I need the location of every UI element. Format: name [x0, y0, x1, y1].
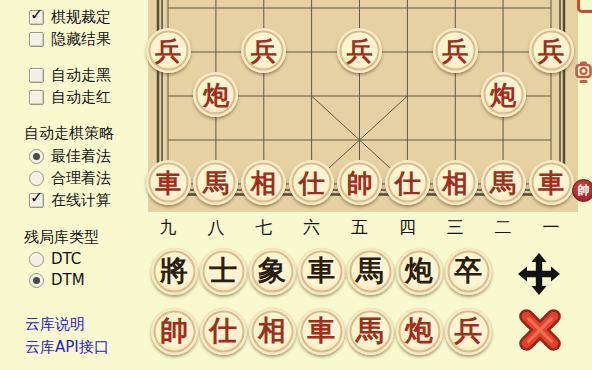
tray-piece-black-車[interactable]: 車	[298, 248, 345, 295]
file-label-5: 五	[345, 216, 375, 239]
cloud-db-api-link[interactable]: 云库API接口	[25, 338, 109, 357]
radio-label: DTM	[51, 271, 85, 289]
tray-piece-red-相[interactable]: 相	[249, 308, 296, 355]
board-piece-red-兵[interactable]: 兵	[146, 28, 191, 73]
checkbox-label: 隐藏结果	[51, 30, 111, 49]
board-piece-red-車[interactable]: 車	[146, 160, 191, 205]
file-label-3: 三	[440, 216, 470, 239]
file-label-2: 二	[488, 216, 518, 239]
file-label-9: 九	[153, 216, 183, 239]
tray-piece-red-帥[interactable]: 帥	[151, 308, 198, 355]
checkbox-label: 自动走黑	[51, 66, 111, 85]
board-piece-red-相[interactable]: 相	[241, 160, 286, 205]
radio-label: DTC	[51, 250, 81, 268]
file-label-6: 六	[297, 216, 327, 239]
board-piece-red-車[interactable]: 車	[529, 160, 574, 205]
auto-move-red-option[interactable]: 自动走红	[0, 86, 148, 108]
checkbox[interactable]	[29, 10, 44, 25]
camera-icon[interactable]	[575, 57, 592, 87]
delete-piece-tool-icon[interactable]	[515, 305, 565, 355]
checkbox-label: 在线计算	[51, 191, 111, 210]
online-calc-option[interactable]: 在线计算	[0, 189, 148, 211]
checkbox[interactable]	[29, 68, 44, 83]
board-piece-red-兵[interactable]: 兵	[529, 28, 574, 73]
tray-piece-red-車[interactable]: 車	[298, 308, 345, 355]
radio[interactable]	[29, 273, 44, 288]
board-piece-red-兵[interactable]: 兵	[337, 28, 382, 73]
radio[interactable]	[29, 149, 44, 164]
cloud-db-help-link-row: 云库说明	[0, 313, 148, 335]
strategy-group-title: 自动走棋策略	[0, 122, 148, 144]
tray-piece-red-兵[interactable]: 兵	[445, 308, 492, 355]
tray-piece-black-馬[interactable]: 馬	[347, 248, 394, 295]
dtm-option[interactable]: DTM	[0, 269, 148, 291]
radio-label: 最佳着法	[51, 147, 111, 166]
file-label-4: 四	[392, 216, 422, 239]
radio[interactable]	[29, 252, 44, 267]
best-move-option[interactable]: 最佳着法	[0, 145, 148, 167]
dtc-option[interactable]: DTC	[0, 248, 148, 270]
auto-move-black-option[interactable]: 自动走黑	[0, 64, 148, 86]
board-piece-red-兵[interactable]: 兵	[433, 28, 478, 73]
tray-piece-red-炮[interactable]: 炮	[396, 308, 443, 355]
checkbox[interactable]	[29, 193, 44, 208]
xiangqi-cloud-db-app: { "game": "xiangqi", "position": { "visi…	[0, 0, 592, 370]
tray-piece-black-士[interactable]: 士	[200, 248, 247, 295]
board-piece-red-帥[interactable]: 帥	[337, 160, 382, 205]
hide-result-option[interactable]: 隐藏结果	[0, 28, 148, 50]
endgame-db-group-title: 残局库类型	[0, 226, 148, 248]
tray-piece-red-仕[interactable]: 仕	[200, 308, 247, 355]
radio[interactable]	[29, 171, 44, 186]
tray-piece-black-象[interactable]: 象	[249, 248, 296, 295]
board-piece-red-馬[interactable]: 馬	[481, 160, 526, 205]
move-piece-tool-icon[interactable]	[516, 251, 562, 297]
board-piece-red-炮[interactable]: 炮	[481, 72, 526, 117]
file-label-1: 一	[536, 216, 566, 239]
side-to-move-indicator[interactable]: 帥	[572, 179, 592, 202]
checkbox-label: 棋规裁定	[51, 8, 111, 27]
radio-label: 合理着法	[51, 169, 111, 188]
file-label-7: 七	[249, 216, 279, 239]
tray-piece-black-卒[interactable]: 卒	[445, 248, 492, 295]
board-piece-red-相[interactable]: 相	[433, 160, 478, 205]
file-label-8: 八	[201, 216, 231, 239]
board-piece-red-兵[interactable]: 兵	[241, 28, 286, 73]
board-piece-red-仕[interactable]: 仕	[385, 160, 430, 205]
tray-piece-red-馬[interactable]: 馬	[347, 308, 394, 355]
tray-piece-black-炮[interactable]: 炮	[396, 248, 443, 295]
cloud-db-help-link[interactable]: 云库说明	[25, 315, 85, 334]
reasonable-move-option[interactable]: 合理着法	[0, 167, 148, 189]
rule-adjudication-option[interactable]: 棋规裁定	[0, 6, 148, 28]
board-piece-red-仕[interactable]: 仕	[289, 160, 334, 205]
rounded-square-icon[interactable]	[577, 0, 592, 13]
tray-piece-black-將[interactable]: 將	[151, 248, 198, 295]
cloud-db-api-link-row: 云库API接口	[0, 336, 148, 358]
checkbox[interactable]	[29, 32, 44, 47]
checkbox[interactable]	[29, 90, 44, 105]
checkbox-label: 自动走红	[51, 88, 111, 107]
xiangqi-board[interactable]: 兵兵兵兵兵炮炮車馬相仕帥仕相馬車	[148, 0, 578, 212]
